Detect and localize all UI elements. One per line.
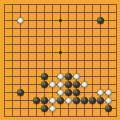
white-stone[interactable] — [97, 89, 105, 97]
star-point-marker — [59, 51, 62, 54]
black-stone[interactable] — [73, 89, 81, 97]
black-stone[interactable] — [65, 89, 73, 97]
white-stone[interactable] — [105, 89, 113, 97]
grid-line-horizontal — [4, 12, 117, 13]
grid-line-horizontal — [4, 28, 117, 29]
black-stone[interactable] — [73, 81, 81, 89]
white-stone[interactable] — [17, 17, 25, 25]
grid-line-horizontal — [4, 4, 117, 5]
white-stone[interactable] — [105, 97, 113, 105]
white-stone[interactable] — [57, 73, 65, 81]
white-stone[interactable] — [57, 81, 65, 89]
black-stone[interactable] — [41, 73, 49, 81]
grid-line-horizontal — [4, 44, 117, 45]
black-stone[interactable] — [73, 97, 81, 105]
white-stone[interactable] — [73, 73, 81, 81]
black-stone[interactable] — [33, 97, 41, 105]
black-stone[interactable] — [41, 81, 49, 89]
black-stone[interactable] — [65, 81, 73, 89]
black-stone[interactable] — [57, 97, 65, 105]
white-stone[interactable] — [81, 81, 89, 89]
black-stone[interactable] — [89, 97, 97, 105]
go-app-window — [0, 0, 120, 120]
black-stone[interactable] — [105, 105, 113, 113]
black-stone[interactable] — [17, 89, 25, 97]
black-stone[interactable] — [97, 17, 105, 25]
grid-line-vertical — [4, 4, 5, 117]
grid-line-horizontal — [4, 36, 117, 37]
grid-line-vertical — [12, 4, 13, 117]
grid-line-horizontal — [4, 52, 117, 53]
white-stone[interactable] — [49, 81, 57, 89]
grid-line-horizontal — [4, 116, 117, 117]
grid-line-horizontal — [4, 108, 117, 109]
white-stone[interactable] — [49, 105, 57, 113]
white-stone[interactable] — [49, 97, 57, 105]
star-point-marker — [59, 19, 62, 22]
grid-line-horizontal — [4, 60, 117, 61]
grid-line-vertical — [116, 4, 117, 117]
go-board[interactable] — [0, 0, 120, 120]
white-stone[interactable] — [65, 97, 73, 105]
black-stone[interactable] — [65, 73, 73, 81]
grid-line-horizontal — [4, 68, 117, 69]
black-stone[interactable] — [41, 97, 49, 105]
black-stone[interactable] — [41, 105, 49, 113]
white-stone[interactable] — [57, 89, 65, 97]
black-stone[interactable] — [81, 97, 89, 105]
black-stone[interactable] — [97, 97, 105, 105]
grid-line-vertical — [28, 4, 29, 117]
